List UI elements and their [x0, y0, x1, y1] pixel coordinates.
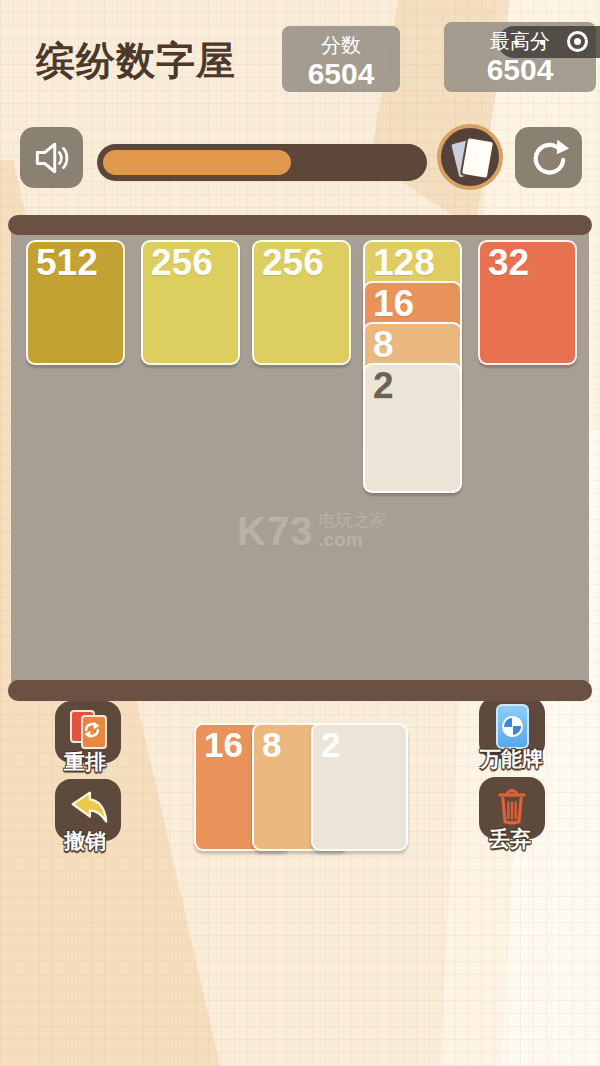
wildcard-card-icon: [496, 704, 529, 749]
board-top-bar: [8, 215, 592, 235]
best-score-value: 6504: [444, 55, 596, 85]
speaker-icon: [30, 136, 74, 180]
restart-button[interactable]: [515, 127, 582, 188]
page-title: 缤纷数字屋: [36, 34, 236, 88]
watermark-domain: .com: [318, 530, 386, 550]
wildcard-label: 万能牌: [480, 745, 543, 773]
deck-card-front-icon: [460, 136, 496, 180]
score-label: 分数: [282, 32, 400, 59]
board-card-256[interactable]: 256: [252, 240, 351, 365]
level-progress-fill: [103, 150, 291, 175]
level-progress-bar: [97, 144, 427, 181]
score-box: 分数 6504: [282, 26, 400, 92]
board-card-512[interactable]: 512: [26, 240, 125, 365]
hand-card-2[interactable]: 2: [311, 723, 408, 851]
discard-label: 丢弃: [489, 825, 531, 853]
sound-button[interactable]: [20, 127, 83, 188]
best-score-box: 最高分 6504: [444, 22, 596, 92]
best-score-label: 最高分: [444, 28, 596, 55]
watermark-brand: K73: [237, 511, 313, 551]
board-bottom-bar: [8, 680, 592, 701]
score-value: 6504: [282, 59, 400, 89]
watermark: K73 电玩之家 .com: [237, 511, 386, 551]
app-screen: 缤纷数字屋 分数 6504 最高分 6504: [0, 0, 600, 1066]
reshuffle-cards-icon: [66, 707, 110, 749]
board-card-32[interactable]: 32: [478, 240, 577, 365]
undo-arrow-icon: [65, 785, 111, 831]
undo-label: 撤销: [64, 827, 106, 855]
reshuffle-label: 重排: [64, 748, 106, 776]
deck-button[interactable]: [437, 124, 503, 190]
trash-icon: [490, 783, 534, 829]
watermark-site: 电玩之家: [318, 511, 386, 530]
refresh-icon: [527, 136, 571, 180]
board-card-2[interactable]: 2: [363, 363, 462, 493]
board-card-256[interactable]: 256: [141, 240, 240, 365]
